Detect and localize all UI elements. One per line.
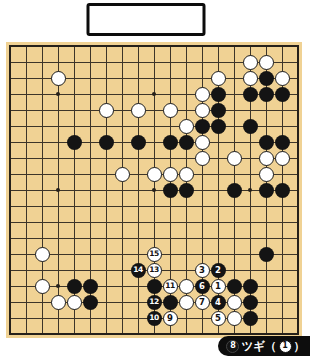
white-stone [163,167,178,182]
intersection [290,102,306,118]
intersection [178,230,194,246]
move-number: 3 [199,265,205,274]
black-stone [275,135,290,150]
intersection [162,150,178,166]
intersection: 1 [210,278,226,294]
intersection [2,102,18,118]
intersection [18,86,34,102]
white-stone [163,103,178,118]
intersection [82,102,98,118]
intersection [274,310,290,326]
intersection [178,198,194,214]
intersection [210,182,226,198]
intersection [194,70,210,86]
intersection [34,86,50,102]
intersection [146,102,162,118]
intersection [114,182,130,198]
intersection [162,166,178,182]
intersection [210,134,226,150]
intersection [242,198,258,214]
intersection [162,230,178,246]
intersection [162,38,178,54]
intersection [34,70,50,86]
intersection [82,294,98,310]
intersection [2,118,18,134]
intersection [50,294,66,310]
intersection [114,86,130,102]
intersection [18,54,34,70]
move-number: 1 [215,281,221,290]
star-point [56,188,60,192]
intersection [98,134,114,150]
page: 実戦図・続 15141332116112741095 8 ツギ（ 1 ） [0,0,310,356]
black-stone [179,183,194,198]
intersection [18,230,34,246]
move-number: 7 [199,297,205,306]
intersection [146,166,162,182]
intersection [66,70,82,86]
intersection [82,118,98,134]
intersection [114,134,130,150]
black-stone [163,183,178,198]
intersection [98,118,114,134]
move-number: 4 [215,297,221,306]
intersection [210,166,226,182]
intersection [178,214,194,230]
intersection [290,70,306,86]
caption-text-close: ） [294,338,306,353]
intersection [66,134,82,150]
intersection [146,326,162,342]
intersection [50,86,66,102]
intersection: 7 [194,294,210,310]
intersection [114,246,130,262]
intersection [146,182,162,198]
intersection [274,118,290,134]
black-stone [227,183,242,198]
intersection [130,310,146,326]
intersection [194,54,210,70]
numbered-black-stone: 14 [131,263,146,278]
intersection [162,54,178,70]
intersection [34,310,50,326]
white-stone [179,167,194,182]
intersection [226,246,242,262]
white-stone [35,279,50,294]
numbered-white-stone: 5 [211,311,226,326]
intersection [50,262,66,278]
board-grid: 15141332116112741095 [2,38,306,342]
move-number: 10 [149,314,158,322]
intersection [178,150,194,166]
intersection [258,38,274,54]
intersection [146,214,162,230]
white-stone [275,151,290,166]
intersection [50,230,66,246]
intersection [210,70,226,86]
black-stone [275,87,290,102]
intersection [2,38,18,54]
intersection [274,262,290,278]
intersection [178,182,194,198]
white-stone [227,295,242,310]
intersection: 2 [210,262,226,278]
intersection [98,310,114,326]
intersection [178,166,194,182]
intersection [66,294,82,310]
intersection: 13 [146,262,162,278]
intersection [194,86,210,102]
intersection [178,326,194,342]
intersection [210,230,226,246]
white-stone [211,71,226,86]
intersection [258,214,274,230]
intersection [146,38,162,54]
intersection [82,38,98,54]
intersection [114,150,130,166]
intersection: 14 [130,262,146,278]
intersection [210,86,226,102]
intersection [66,54,82,70]
intersection [114,166,130,182]
caption-move-stone: 8 [226,340,239,353]
black-stone [259,87,274,102]
intersection [242,166,258,182]
white-stone [243,71,258,86]
intersection [18,182,34,198]
intersection [18,246,34,262]
intersection [2,198,18,214]
intersection [226,102,242,118]
intersection [114,102,130,118]
intersection [194,198,210,214]
intersection [178,118,194,134]
black-stone [259,135,274,150]
intersection [194,230,210,246]
numbered-black-stone: 4 [211,295,226,310]
intersection [2,262,18,278]
white-stone [259,55,274,70]
black-stone [243,119,258,134]
intersection [2,246,18,262]
intersection [18,166,34,182]
intersection [178,54,194,70]
intersection [242,70,258,86]
numbered-black-stone: 10 [147,311,162,326]
intersection [242,150,258,166]
intersection [178,278,194,294]
intersection [98,182,114,198]
intersection [194,118,210,134]
intersection [2,182,18,198]
move-number: 9 [167,313,173,322]
intersection [34,214,50,230]
intersection [66,166,82,182]
black-stone [163,135,178,150]
intersection [98,246,114,262]
numbered-white-stone: 3 [195,263,210,278]
intersection [2,310,18,326]
intersection [178,134,194,150]
intersection [258,278,274,294]
intersection [226,54,242,70]
intersection [2,278,18,294]
intersection [2,54,18,70]
numbered-white-stone: 9 [163,311,178,326]
intersection [18,198,34,214]
white-stone [179,279,194,294]
intersection [2,294,18,310]
intersection [226,166,242,182]
intersection [18,214,34,230]
intersection [146,54,162,70]
intersection [242,118,258,134]
intersection [210,198,226,214]
white-stone [275,71,290,86]
page-title: 実戦図・続 [99,8,194,28]
intersection [242,262,258,278]
intersection [18,70,34,86]
intersection [178,102,194,118]
intersection [66,278,82,294]
intersection [146,278,162,294]
intersection [194,150,210,166]
white-stone [131,103,146,118]
intersection [130,38,146,54]
intersection [274,294,290,310]
white-stone [195,135,210,150]
intersection [34,150,50,166]
go-board: 15141332116112741095 [6,42,302,338]
intersection [290,262,306,278]
black-stone [243,279,258,294]
black-stone [147,279,162,294]
black-stone [67,279,82,294]
black-stone [83,295,98,310]
intersection [98,198,114,214]
intersection [66,118,82,134]
intersection [210,246,226,262]
intersection [82,198,98,214]
intersection: 12 [146,294,162,310]
intersection [98,262,114,278]
intersection [210,38,226,54]
intersection [18,134,34,150]
intersection [66,326,82,342]
intersection [66,310,82,326]
intersection [210,118,226,134]
intersection [258,102,274,118]
intersection [66,150,82,166]
intersection [50,118,66,134]
intersection [82,70,98,86]
white-stone [227,151,242,166]
intersection [194,182,210,198]
intersection [162,262,178,278]
intersection [18,326,34,342]
intersection [130,166,146,182]
move-number: 5 [215,313,221,322]
intersection [114,118,130,134]
intersection [50,278,66,294]
intersection [290,150,306,166]
caption-ref-stone: 1 [279,340,292,353]
intersection [82,182,98,198]
intersection [50,214,66,230]
intersection [162,214,178,230]
numbered-white-stone: 15 [147,247,162,262]
intersection [98,86,114,102]
intersection [18,118,34,134]
intersection [290,86,306,102]
intersection [50,150,66,166]
intersection: 10 [146,310,162,326]
intersection [258,182,274,198]
intersection [82,326,98,342]
intersection [290,38,306,54]
intersection [130,70,146,86]
black-stone [243,295,258,310]
intersection [290,166,306,182]
intersection [82,230,98,246]
move-number: 14 [133,266,142,274]
caption-strip: 8 ツギ（ 1 ） [218,336,310,356]
intersection [194,38,210,54]
intersection [258,166,274,182]
intersection [82,246,98,262]
intersection [130,118,146,134]
intersection [290,230,306,246]
black-stone [195,119,210,134]
intersection [82,166,98,182]
intersection [290,182,306,198]
intersection [130,198,146,214]
intersection [274,54,290,70]
intersection [130,278,146,294]
intersection [226,150,242,166]
intersection [162,118,178,134]
intersection: 5 [210,310,226,326]
intersection [178,86,194,102]
intersection [226,214,242,230]
intersection [34,54,50,70]
star-point [152,188,156,192]
intersection [290,134,306,150]
intersection [66,214,82,230]
star-point [152,92,156,96]
intersection [258,86,274,102]
intersection [242,54,258,70]
intersection [98,166,114,182]
intersection [226,198,242,214]
intersection [242,38,258,54]
intersection [258,118,274,134]
move-number: 15 [149,250,158,258]
intersection [178,310,194,326]
white-stone [147,167,162,182]
caption-ref-number: 1 [282,342,288,350]
intersection [130,230,146,246]
intersection [98,294,114,310]
intersection [18,278,34,294]
black-stone [163,295,178,310]
intersection [258,246,274,262]
intersection [2,70,18,86]
intersection [34,246,50,262]
intersection [130,214,146,230]
intersection [274,166,290,182]
intersection [162,326,178,342]
intersection [130,102,146,118]
intersection [82,262,98,278]
intersection [162,134,178,150]
numbered-black-stone: 12 [147,295,162,310]
intersection [258,294,274,310]
intersection [242,246,258,262]
white-stone [51,71,66,86]
white-stone [227,311,242,326]
intersection [226,86,242,102]
intersection [274,134,290,150]
intersection [34,198,50,214]
intersection [114,70,130,86]
intersection [2,150,18,166]
black-stone [227,279,242,294]
white-stone [259,151,274,166]
white-stone [195,87,210,102]
black-stone [259,183,274,198]
intersection [210,54,226,70]
intersection [290,278,306,294]
intersection [98,214,114,230]
intersection [226,230,242,246]
intersection [274,198,290,214]
intersection: 11 [162,278,178,294]
intersection [18,310,34,326]
intersection [50,134,66,150]
intersection [114,230,130,246]
intersection [146,86,162,102]
intersection [114,198,130,214]
intersection [34,134,50,150]
intersection [274,182,290,198]
intersection [98,150,114,166]
intersection [2,134,18,150]
black-stone [83,279,98,294]
star-point [248,188,252,192]
intersection [130,134,146,150]
intersection [66,86,82,102]
intersection [98,278,114,294]
intersection [114,326,130,342]
intersection [274,150,290,166]
intersection [290,198,306,214]
intersection [162,86,178,102]
intersection [290,118,306,134]
intersection [210,102,226,118]
white-stone [195,151,210,166]
intersection [146,198,162,214]
intersection [194,102,210,118]
title-badge: 実戦図・続 [87,3,206,36]
caption-text: ツギ（ [241,338,276,353]
intersection [130,246,146,262]
intersection [226,278,242,294]
intersection [50,198,66,214]
intersection [194,166,210,182]
move-number: 12 [149,298,158,306]
white-stone [195,103,210,118]
